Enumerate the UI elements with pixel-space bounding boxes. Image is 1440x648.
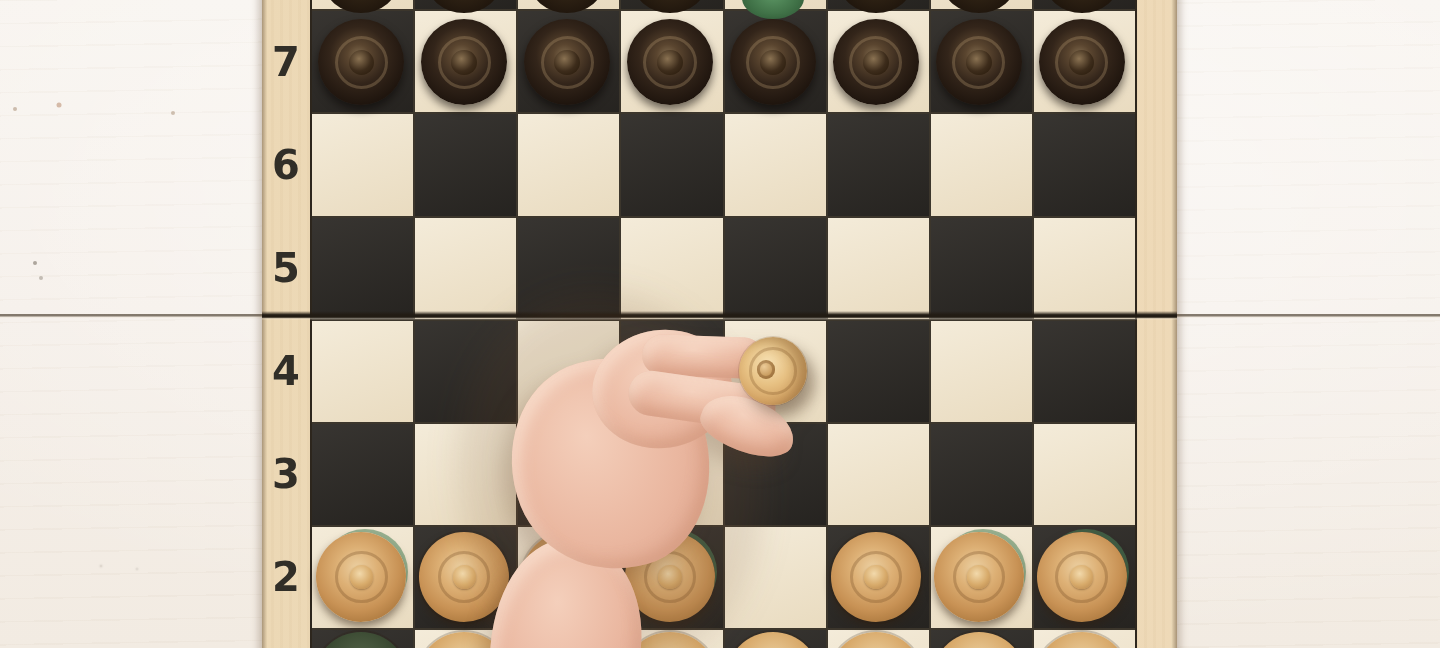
white-pawn-a2[interactable] [316, 532, 406, 622]
black-rook-h8[interactable] [1045, 0, 1119, 13]
white-knight-b1[interactable] [417, 632, 511, 648]
black-pawn-d7[interactable] [627, 19, 713, 105]
white-bishop-f1[interactable] [829, 632, 923, 648]
black-pawn-f7[interactable] [833, 19, 919, 105]
black-bishop-f8[interactable] [839, 0, 913, 13]
overhead-chess-photo: 765432 [0, 0, 1440, 648]
black-pawn-a7[interactable] [318, 19, 404, 105]
black-knight-b8[interactable] [427, 0, 501, 13]
black-pawn-b7[interactable] [421, 19, 507, 105]
black-rook-a8[interactable] [324, 0, 398, 13]
white-knight-g1[interactable] [932, 632, 1026, 648]
white-rook-a1[interactable] [314, 632, 408, 648]
black-pawn-h7[interactable] [1039, 19, 1125, 105]
black-pawn-g7[interactable] [936, 19, 1022, 105]
black-king-e8[interactable] [736, 0, 810, 13]
black-knight-g8[interactable] [942, 0, 1016, 13]
held-white-pawn-e4[interactable] [739, 337, 807, 405]
black-bishop-c8[interactable] [530, 0, 604, 13]
white-pawn-h2[interactable] [1037, 532, 1127, 622]
white-pawn-f2[interactable] [831, 532, 921, 622]
white-rook-h1[interactable] [1035, 632, 1129, 648]
black-pawn-e7[interactable] [730, 19, 816, 105]
black-pawn-c7[interactable] [524, 19, 610, 105]
white-king-e1[interactable] [726, 632, 820, 648]
white-pawn-g2[interactable] [934, 532, 1024, 622]
black-queen-d8[interactable] [633, 0, 707, 13]
